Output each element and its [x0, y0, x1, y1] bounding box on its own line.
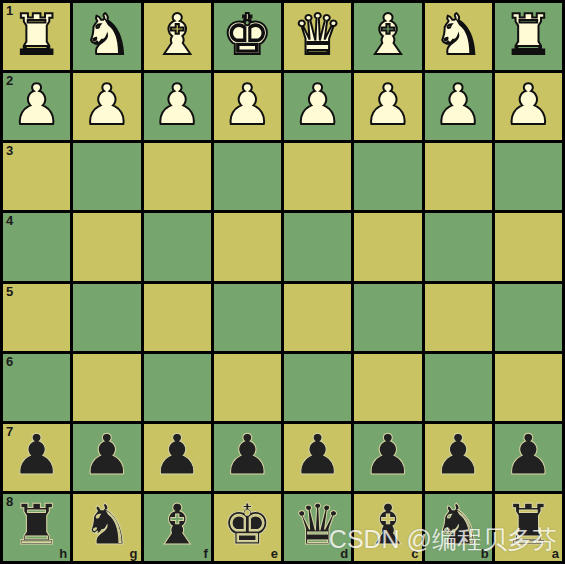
square-f4[interactable]: [144, 213, 211, 280]
square-b4[interactable]: [425, 213, 492, 280]
piece-wP-d2[interactable]: ♟: [293, 77, 343, 133]
square-g3[interactable]: [73, 143, 140, 210]
square-a8[interactable]: a♜: [495, 494, 562, 561]
square-a6[interactable]: [495, 354, 562, 421]
piece-bP-c7[interactable]: ♟: [363, 427, 413, 483]
piece-wB-c1[interactable]: ♝: [363, 7, 413, 63]
square-a3[interactable]: [495, 143, 562, 210]
square-e6[interactable]: [214, 354, 281, 421]
square-d6[interactable]: [284, 354, 351, 421]
square-d3[interactable]: [284, 143, 351, 210]
square-h4[interactable]: 4: [3, 213, 70, 280]
square-e4[interactable]: [214, 213, 281, 280]
square-d8[interactable]: d♛: [284, 494, 351, 561]
square-c8[interactable]: c♝: [354, 494, 421, 561]
chess-board: 1♜♞♝♚♛♝♞♜2♟♟♟♟♟♟♟♟34567♟♟♟♟♟♟♟♟8h♜g♞f♝e♚…: [0, 0, 565, 564]
piece-bP-a7[interactable]: ♟: [503, 427, 553, 483]
square-a1[interactable]: ♜: [495, 3, 562, 70]
square-b6[interactable]: [425, 354, 492, 421]
square-e2[interactable]: ♟: [214, 73, 281, 140]
square-h8[interactable]: 8h♜: [3, 494, 70, 561]
square-f7[interactable]: ♟: [144, 424, 211, 491]
square-g5[interactable]: [73, 284, 140, 351]
chess-board-frame: 1♜♞♝♚♛♝♞♜2♟♟♟♟♟♟♟♟34567♟♟♟♟♟♟♟♟8h♜g♞f♝e♚…: [0, 0, 565, 564]
piece-wP-a2[interactable]: ♟: [503, 77, 553, 133]
piece-wN-g1[interactable]: ♞: [82, 7, 132, 63]
square-b1[interactable]: ♞: [425, 3, 492, 70]
piece-bB-c8[interactable]: ♝: [363, 497, 413, 553]
square-h7[interactable]: 7♟: [3, 424, 70, 491]
square-d4[interactable]: [284, 213, 351, 280]
rank-label-6: 6: [6, 355, 13, 368]
piece-wR-h1[interactable]: ♜: [12, 7, 62, 63]
piece-wB-f1[interactable]: ♝: [152, 7, 202, 63]
square-g2[interactable]: ♟: [73, 73, 140, 140]
piece-wK-e1[interactable]: ♚: [222, 7, 272, 63]
square-h6[interactable]: 6: [3, 354, 70, 421]
piece-wP-b2[interactable]: ♟: [433, 77, 483, 133]
piece-bP-g7[interactable]: ♟: [82, 427, 132, 483]
piece-wR-a1[interactable]: ♜: [503, 7, 553, 63]
piece-bP-h7[interactable]: ♟: [12, 427, 62, 483]
piece-wN-b1[interactable]: ♞: [433, 7, 483, 63]
piece-bR-a8[interactable]: ♜: [503, 497, 553, 553]
square-f5[interactable]: [144, 284, 211, 351]
square-e3[interactable]: [214, 143, 281, 210]
piece-wP-f2[interactable]: ♟: [152, 77, 202, 133]
square-f8[interactable]: f♝: [144, 494, 211, 561]
square-h2[interactable]: 2♟: [3, 73, 70, 140]
square-h3[interactable]: 3: [3, 143, 70, 210]
piece-bN-b8[interactable]: ♞: [433, 497, 483, 553]
rank-label-4: 4: [6, 214, 13, 227]
square-d7[interactable]: ♟: [284, 424, 351, 491]
square-h5[interactable]: 5: [3, 284, 70, 351]
file-label-f: f: [203, 547, 207, 560]
square-c6[interactable]: [354, 354, 421, 421]
piece-bP-f7[interactable]: ♟: [152, 427, 202, 483]
square-g4[interactable]: [73, 213, 140, 280]
square-g8[interactable]: g♞: [73, 494, 140, 561]
rank-label-3: 3: [6, 144, 13, 157]
square-d1[interactable]: ♛: [284, 3, 351, 70]
square-f1[interactable]: ♝: [144, 3, 211, 70]
piece-wP-h2[interactable]: ♟: [12, 77, 62, 133]
square-b3[interactable]: [425, 143, 492, 210]
square-g7[interactable]: ♟: [73, 424, 140, 491]
square-c4[interactable]: [354, 213, 421, 280]
square-g6[interactable]: [73, 354, 140, 421]
square-f6[interactable]: [144, 354, 211, 421]
square-a2[interactable]: ♟: [495, 73, 562, 140]
piece-wP-c2[interactable]: ♟: [363, 77, 413, 133]
piece-bN-g8[interactable]: ♞: [82, 497, 132, 553]
square-e5[interactable]: [214, 284, 281, 351]
square-e1[interactable]: ♚: [214, 3, 281, 70]
piece-bK-e8[interactable]: ♚: [222, 497, 272, 553]
square-d2[interactable]: ♟: [284, 73, 351, 140]
piece-bP-e7[interactable]: ♟: [222, 427, 272, 483]
square-g1[interactable]: ♞: [73, 3, 140, 70]
square-c1[interactable]: ♝: [354, 3, 421, 70]
square-b8[interactable]: b♞: [425, 494, 492, 561]
rank-label-5: 5: [6, 285, 13, 298]
square-a7[interactable]: ♟: [495, 424, 562, 491]
piece-wP-e2[interactable]: ♟: [222, 77, 272, 133]
square-c5[interactable]: [354, 284, 421, 351]
piece-bQ-d8[interactable]: ♛: [293, 497, 343, 553]
piece-bB-f8[interactable]: ♝: [152, 497, 202, 553]
square-h1[interactable]: 1♜: [3, 3, 70, 70]
square-c7[interactable]: ♟: [354, 424, 421, 491]
square-b5[interactable]: [425, 284, 492, 351]
square-c3[interactable]: [354, 143, 421, 210]
piece-bR-h8[interactable]: ♜: [12, 497, 62, 553]
square-b7[interactable]: ♟: [425, 424, 492, 491]
piece-bP-d7[interactable]: ♟: [293, 427, 343, 483]
piece-wP-g2[interactable]: ♟: [82, 77, 132, 133]
square-b2[interactable]: ♟: [425, 73, 492, 140]
square-e7[interactable]: ♟: [214, 424, 281, 491]
square-a5[interactable]: [495, 284, 562, 351]
square-f3[interactable]: [144, 143, 211, 210]
square-c2[interactable]: ♟: [354, 73, 421, 140]
piece-wQ-d1[interactable]: ♛: [293, 7, 343, 63]
square-f2[interactable]: ♟: [144, 73, 211, 140]
square-a4[interactable]: [495, 213, 562, 280]
square-e8[interactable]: e♚: [214, 494, 281, 561]
piece-bP-b7[interactable]: ♟: [433, 427, 483, 483]
square-d5[interactable]: [284, 284, 351, 351]
